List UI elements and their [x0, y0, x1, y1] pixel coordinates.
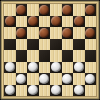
square-r3c4[interactable]: ⛂	[39, 27, 51, 39]
square-r5c8[interactable]	[85, 50, 97, 62]
square-r4c3[interactable]	[27, 39, 39, 51]
square-r4c1[interactable]	[4, 39, 16, 51]
square-r7c6[interactable]: ⛀	[62, 73, 74, 85]
square-r7c4[interactable]: ⛀	[39, 73, 51, 85]
square-r7c3[interactable]	[27, 73, 39, 85]
dark-man[interactable]: ⛂	[39, 5, 49, 15]
square-r5c6[interactable]	[62, 50, 74, 62]
white-man[interactable]: ⛀	[39, 74, 49, 84]
square-r5c3[interactable]	[27, 50, 39, 62]
white-man[interactable]: ⛀	[5, 62, 15, 72]
square-r3c6[interactable]: ⛂	[62, 27, 74, 39]
square-r2c7[interactable]: ⛂	[73, 16, 85, 28]
white-man[interactable]: ⛀	[51, 62, 61, 72]
square-r6c6[interactable]	[62, 62, 74, 74]
square-r3c3[interactable]	[27, 27, 39, 39]
square-r6c8[interactable]	[85, 62, 97, 74]
square-r1c8[interactable]: ⛂	[85, 4, 97, 16]
square-r4c4[interactable]	[39, 39, 51, 51]
square-r4c8[interactable]	[85, 39, 97, 51]
square-r5c5[interactable]	[50, 50, 62, 62]
dark-man[interactable]: ⛂	[39, 28, 49, 38]
square-r3c8[interactable]: ⛂	[85, 27, 97, 39]
dark-man[interactable]: ⛂	[16, 5, 26, 15]
square-r4c6[interactable]	[62, 39, 74, 51]
square-r1c2[interactable]: ⛂	[16, 4, 28, 16]
square-r2c2[interactable]	[16, 16, 28, 28]
square-r6c3[interactable]: ⛀	[27, 62, 39, 74]
square-r1c1[interactable]	[4, 4, 16, 16]
white-man[interactable]: ⛀	[62, 74, 72, 84]
square-r2c6[interactable]	[62, 16, 74, 28]
dark-man[interactable]: ⛂	[16, 28, 26, 38]
white-man[interactable]: ⛀	[28, 62, 38, 72]
dark-man[interactable]: ⛂	[62, 5, 72, 15]
white-man[interactable]: ⛀	[85, 74, 95, 84]
square-r8c1[interactable]: ⛀	[4, 85, 16, 97]
square-r5c7[interactable]	[73, 50, 85, 62]
square-r2c1[interactable]: ⛂	[4, 16, 16, 28]
square-r1c3[interactable]	[27, 4, 39, 16]
square-r3c2[interactable]: ⛂	[16, 27, 28, 39]
white-man[interactable]: ⛀	[28, 85, 38, 95]
dark-man[interactable]: ⛂	[74, 16, 84, 26]
checkers-app: ⛂⛂⛂⛂⛂⛂⛂⛂⛂⛂⛂⛂⛀⛀⛀⛀⛀⛀⛀⛀⛀⛀⛀⛀	[0, 0, 100, 100]
square-r7c7[interactable]	[73, 73, 85, 85]
square-r5c4[interactable]	[39, 50, 51, 62]
dark-man[interactable]: ⛂	[28, 16, 38, 26]
square-r2c4[interactable]	[39, 16, 51, 28]
square-r5c1[interactable]	[4, 50, 16, 62]
square-r2c3[interactable]: ⛂	[27, 16, 39, 28]
square-r6c7[interactable]: ⛀	[73, 62, 85, 74]
checkers-board[interactable]: ⛂⛂⛂⛂⛂⛂⛂⛂⛂⛂⛂⛂⛀⛀⛀⛀⛀⛀⛀⛀⛀⛀⛀⛀	[4, 4, 96, 96]
square-r6c5[interactable]: ⛀	[50, 62, 62, 74]
square-r4c5[interactable]	[50, 39, 62, 51]
square-r8c2[interactable]	[16, 85, 28, 97]
square-r7c2[interactable]: ⛀	[16, 73, 28, 85]
square-r1c4[interactable]: ⛂	[39, 4, 51, 16]
square-r1c5[interactable]	[50, 4, 62, 16]
square-r1c7[interactable]	[73, 4, 85, 16]
white-man[interactable]: ⛀	[5, 85, 15, 95]
square-r5c2[interactable]	[16, 50, 28, 62]
dark-man[interactable]: ⛂	[62, 28, 72, 38]
square-r8c4[interactable]	[39, 85, 51, 97]
square-r7c1[interactable]	[4, 73, 16, 85]
square-r3c7[interactable]	[73, 27, 85, 39]
square-r3c5[interactable]	[50, 27, 62, 39]
square-r2c5[interactable]: ⛂	[50, 16, 62, 28]
square-r6c2[interactable]	[16, 62, 28, 74]
square-r8c3[interactable]: ⛀	[27, 85, 39, 97]
white-man[interactable]: ⛀	[51, 85, 61, 95]
dark-man[interactable]: ⛂	[85, 28, 95, 38]
square-r4c2[interactable]	[16, 39, 28, 51]
square-r1c6[interactable]: ⛂	[62, 4, 74, 16]
square-r3c1[interactable]	[4, 27, 16, 39]
square-r6c4[interactable]	[39, 62, 51, 74]
dark-man[interactable]: ⛂	[51, 16, 61, 26]
square-r7c8[interactable]: ⛀	[85, 73, 97, 85]
dark-man[interactable]: ⛂	[85, 5, 95, 15]
square-r6c1[interactable]: ⛀	[4, 62, 16, 74]
square-r4c7[interactable]	[73, 39, 85, 51]
square-r2c8[interactable]	[85, 16, 97, 28]
white-man[interactable]: ⛀	[74, 62, 84, 72]
dark-man[interactable]: ⛂	[5, 16, 15, 26]
square-r8c6[interactable]	[62, 85, 74, 97]
square-r8c8[interactable]	[85, 85, 97, 97]
white-man[interactable]: ⛀	[74, 85, 84, 95]
square-r8c7[interactable]: ⛀	[73, 85, 85, 97]
square-r7c5[interactable]	[50, 73, 62, 85]
white-man[interactable]: ⛀	[16, 74, 26, 84]
square-r8c5[interactable]: ⛀	[50, 85, 62, 97]
